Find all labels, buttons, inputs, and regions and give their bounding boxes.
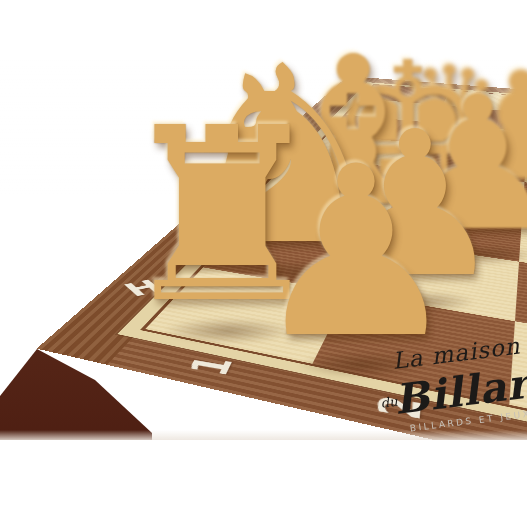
pieces-layer: ♛♟♚♝♟♞♟♜♟ <box>0 0 527 527</box>
brand-logo-line2: du <box>380 394 398 411</box>
piece-white-pawn-h2: ♟ <box>251 135 462 370</box>
product-photo-scene: GH12 ♛♟♚♝♟♞♟♜♟ La maison du Billard BILL… <box>0 0 527 527</box>
